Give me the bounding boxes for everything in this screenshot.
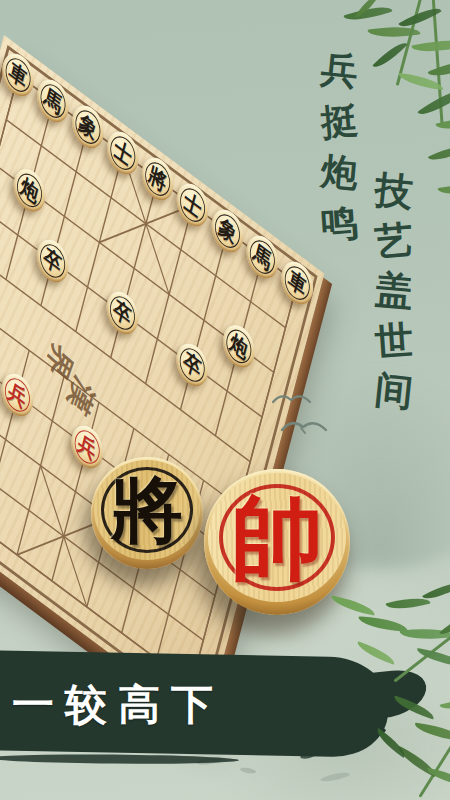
piece-glyph: 卒 [181,349,203,381]
bamboo-leaf [439,695,450,713]
slogan-char: 炮 [319,152,359,192]
bamboo-leaf [428,140,450,166]
bamboo-leaf [358,616,409,631]
ink-speck [320,771,351,783]
hero-piece-face: 帥 [208,473,346,602]
bird-icon [280,416,328,436]
slogan-char: 世 [374,321,415,362]
red-general-glyph: 帥 [231,492,323,584]
bamboo-leaf [413,723,450,742]
piece-glyph: 車 [286,267,308,299]
piece-glyph: 卒 [42,245,64,277]
bamboo-leaf [329,595,376,615]
slogan-char: 间 [373,370,415,412]
splash-screen: 界 漢 車馬象士將士象馬車炮炮卒卒卒卒兵兵兵兵兵炮 將 帥 兵挺炮鸣 技艺盖世间… [0,0,450,800]
piece-glyph: 車 [7,59,29,91]
piece-glyph: 馬 [42,85,64,117]
piece-glyph: 象 [77,111,99,143]
slogan-char: 鸣 [320,204,359,243]
piece-glyph: 炮 [19,174,41,206]
hero-piece-face: 將 [94,460,200,560]
bamboo-leaf [411,35,450,58]
slogan-char: 盖 [373,270,414,311]
xiangqi-board: 界 漢 車馬象士將士象馬車炮炮卒卒卒卒兵兵兵兵兵炮 [0,35,324,725]
piece-glyph: 士 [182,189,204,221]
bird-icon [271,390,313,406]
hero-piece-black-general: 將 [91,457,203,569]
banner-text: 一较高下 [12,681,224,729]
bamboo-leaf [355,641,398,665]
hero-piece-red-general: 帥 [204,469,350,615]
piece-glyph: 兵 [6,379,28,411]
slogan-column-2: 技艺盖世间 [375,172,413,410]
piece-glyph: 卒 [111,297,133,329]
piece-glyph: 炮 [228,330,250,362]
piece-glyph: 象 [217,215,239,247]
slogan-char: 挺 [319,101,359,141]
black-general-glyph: 將 [111,474,183,546]
bamboo-leaf [435,112,450,134]
piece-glyph: 士 [112,137,134,169]
bamboo-leaf [437,180,450,199]
slogan-char: 艺 [373,220,414,261]
slogan-column-1: 兵挺炮鸣 [321,52,358,242]
slogan-char: 技 [373,170,415,212]
ink-speck [240,767,257,775]
piece-glyph: 馬 [251,241,273,273]
piece-glyph: 將 [147,163,169,195]
bamboo-leaf [373,728,410,758]
slogan-char: 兵 [319,50,360,91]
piece-glyph: 兵 [76,431,98,463]
